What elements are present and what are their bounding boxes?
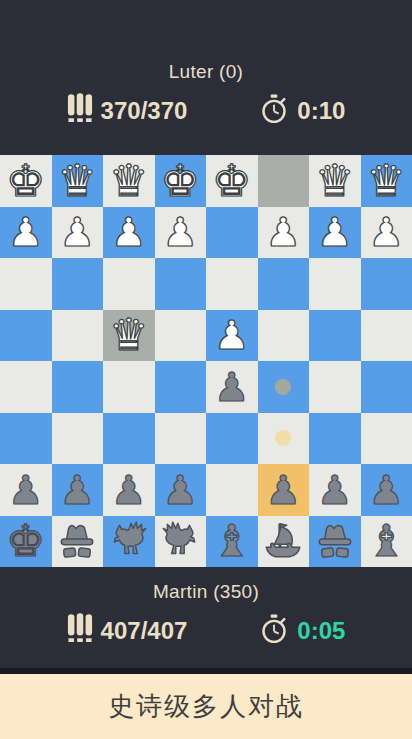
- square-d3[interactable]: [155, 413, 207, 465]
- square-f2[interactable]: ♟: [258, 464, 310, 516]
- piece-white-queen[interactable]: ♛: [367, 159, 406, 203]
- square-e3[interactable]: [206, 413, 258, 465]
- square-b1[interactable]: [52, 516, 104, 568]
- square-c6[interactable]: [103, 258, 155, 310]
- square-g8[interactable]: ♛: [309, 155, 361, 207]
- piece-white-queen[interactable]: ♛: [109, 313, 148, 357]
- army-pieces-icon: [67, 613, 93, 649]
- square-f3[interactable]: [258, 413, 310, 465]
- piece-white-pawn[interactable]: ♟: [111, 212, 147, 252]
- piece-white-pawn[interactable]: ♟: [368, 212, 404, 252]
- move-hint-dot[interactable]: [275, 379, 291, 395]
- piece-dark-king[interactable]: ♚: [6, 519, 45, 563]
- opponent-panel: Luter (0) 370/370: [0, 56, 412, 155]
- square-g5[interactable]: [309, 310, 361, 362]
- piece-ship[interactable]: [262, 520, 304, 562]
- piece-white-queen[interactable]: ♛: [315, 159, 354, 203]
- square-c5[interactable]: ♛: [103, 310, 155, 362]
- piece-dark-pawn[interactable]: ♟: [111, 470, 147, 510]
- square-c8[interactable]: ♛: [103, 155, 155, 207]
- piece-spy-hat[interactable]: [56, 520, 98, 562]
- square-h1[interactable]: ♝: [361, 516, 412, 568]
- piece-white-pawn[interactable]: ♟: [59, 212, 95, 252]
- promo-banner: 史诗级多人对战: [0, 668, 412, 739]
- army-pieces-icon: [67, 93, 93, 129]
- square-g4[interactable]: [309, 361, 361, 413]
- square-f6[interactable]: [258, 258, 310, 310]
- square-e2[interactable]: [206, 464, 258, 516]
- player-name: Martin (350): [153, 581, 259, 603]
- square-d4[interactable]: [155, 361, 207, 413]
- player-material-count: 407/407: [101, 617, 188, 645]
- square-a2[interactable]: ♟: [0, 464, 52, 516]
- square-e1[interactable]: ♝: [206, 516, 258, 568]
- piece-dark-pawn[interactable]: ♟: [368, 470, 404, 510]
- player-panel: Martin (350) 407/407: [0, 567, 412, 668]
- piece-white-king[interactable]: ♚: [212, 159, 251, 203]
- square-h8[interactable]: ♛: [361, 155, 412, 207]
- square-f7[interactable]: ♟: [258, 207, 310, 259]
- piece-dark-pawn[interactable]: ♟: [8, 470, 44, 510]
- piece-dark-pawn[interactable]: ♟: [214, 367, 250, 407]
- square-h2[interactable]: ♟: [361, 464, 412, 516]
- square-d1[interactable]: [155, 516, 207, 568]
- square-e5[interactable]: ♟: [206, 310, 258, 362]
- square-f4[interactable]: [258, 361, 310, 413]
- square-b3[interactable]: [52, 413, 104, 465]
- stopwatch-icon: [259, 94, 289, 128]
- piece-white-queen[interactable]: ♛: [58, 159, 97, 203]
- piece-pegasus[interactable]: [108, 520, 150, 562]
- piece-spy-hat[interactable]: [314, 520, 356, 562]
- game-screen: Luter (0) 370/370: [0, 0, 412, 739]
- player-material: 407/407: [67, 613, 188, 649]
- square-d5[interactable]: [155, 310, 207, 362]
- opponent-material: 370/370: [67, 93, 188, 129]
- opponent-clock: 0:10: [259, 94, 345, 128]
- square-h4[interactable]: [361, 361, 412, 413]
- square-d6[interactable]: [155, 258, 207, 310]
- square-b2[interactable]: ♟: [52, 464, 104, 516]
- square-c1[interactable]: [103, 516, 155, 568]
- square-d2[interactable]: ♟: [155, 464, 207, 516]
- square-b6[interactable]: [52, 258, 104, 310]
- piece-white-pawn[interactable]: ♟: [162, 212, 198, 252]
- stopwatch-icon: [259, 614, 289, 648]
- square-d8[interactable]: ♚: [155, 155, 207, 207]
- piece-white-pawn[interactable]: ♟: [265, 212, 301, 252]
- opponent-name: Luter (0): [169, 61, 244, 83]
- square-c2[interactable]: ♟: [103, 464, 155, 516]
- piece-dark-pawn[interactable]: ♟: [162, 470, 198, 510]
- square-h3[interactable]: [361, 413, 412, 465]
- piece-white-king[interactable]: ♚: [161, 159, 200, 203]
- piece-white-pawn[interactable]: ♟: [8, 212, 44, 252]
- square-h6[interactable]: [361, 258, 412, 310]
- square-g6[interactable]: [309, 258, 361, 310]
- square-b5[interactable]: [52, 310, 104, 362]
- square-b8[interactable]: ♛: [52, 155, 104, 207]
- square-f8[interactable]: [258, 155, 310, 207]
- piece-dark-bishop[interactable]: ♝: [212, 519, 251, 563]
- square-c7[interactable]: ♟: [103, 207, 155, 259]
- opponent-time: 0:10: [297, 97, 345, 125]
- square-f1[interactable]: [258, 516, 310, 568]
- square-c3[interactable]: [103, 413, 155, 465]
- move-hint-dot[interactable]: [275, 430, 291, 446]
- square-d7[interactable]: ♟: [155, 207, 207, 259]
- square-e8[interactable]: ♚: [206, 155, 258, 207]
- square-a5[interactable]: [0, 310, 52, 362]
- status-bar-spacer: [0, 0, 412, 56]
- square-h5[interactable]: [361, 310, 412, 362]
- piece-dark-pawn[interactable]: ♟: [317, 470, 353, 510]
- square-e7[interactable]: [206, 207, 258, 259]
- piece-white-queen[interactable]: ♛: [109, 159, 148, 203]
- square-e6[interactable]: [206, 258, 258, 310]
- square-a3[interactable]: [0, 413, 52, 465]
- square-a6[interactable]: [0, 258, 52, 310]
- square-a4[interactable]: [0, 361, 52, 413]
- square-b4[interactable]: [52, 361, 104, 413]
- opponent-material-count: 370/370: [101, 97, 188, 125]
- promo-banner-text: 史诗级多人对战: [108, 689, 304, 724]
- piece-white-pawn[interactable]: ♟: [317, 212, 353, 252]
- piece-dark-pawn[interactable]: ♟: [59, 470, 95, 510]
- square-c4[interactable]: [103, 361, 155, 413]
- square-a1[interactable]: ♚: [0, 516, 52, 568]
- piece-white-king[interactable]: ♚: [6, 159, 45, 203]
- square-b7[interactable]: ♟: [52, 207, 104, 259]
- square-g1[interactable]: [309, 516, 361, 568]
- piece-dark-bishop[interactable]: ♝: [367, 519, 406, 563]
- square-a8[interactable]: ♚: [0, 155, 52, 207]
- piece-white-pawn[interactable]: ♟: [214, 315, 250, 355]
- square-f5[interactable]: [258, 310, 310, 362]
- player-time: 0:05: [297, 617, 345, 645]
- square-a7[interactable]: ♟: [0, 207, 52, 259]
- piece-pegasus[interactable]: [159, 520, 201, 562]
- square-h7[interactable]: ♟: [361, 207, 412, 259]
- square-g7[interactable]: ♟: [309, 207, 361, 259]
- square-g3[interactable]: [309, 413, 361, 465]
- piece-dark-pawn[interactable]: ♟: [265, 470, 301, 510]
- chess-board[interactable]: ♚♛♛♚♚♛♛♟♟♟♟♟♟♟♛♟♟♟♟♟♟♟♟♟♚♝♝: [0, 155, 412, 567]
- square-g2[interactable]: ♟: [309, 464, 361, 516]
- player-clock: 0:05: [259, 614, 345, 648]
- square-e4[interactable]: ♟: [206, 361, 258, 413]
